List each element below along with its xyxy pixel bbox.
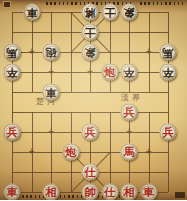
- grid-vline: [168, 12, 169, 192]
- piece-character: 士: [101, 4, 118, 21]
- piece-character: 車: [4, 184, 21, 201]
- piece-character: 相: [43, 184, 60, 201]
- piece-black-elephant-e3[interactable]: 象: [82, 44, 99, 61]
- piece-red-soldier-e7[interactable]: 兵: [82, 124, 99, 141]
- piece-character: 卒: [121, 64, 138, 81]
- piece-character: 卒: [160, 64, 177, 81]
- piece-character: 將: [82, 4, 99, 21]
- xiangqi-board[interactable]: 楚河 漢界 ++++++++++++++車將士象士馬砲象馬卒卒卒車炮兵兵兵兵炮馬…: [0, 0, 187, 200]
- piece-black-horse-a3[interactable]: 馬: [4, 44, 21, 61]
- point-marker: +: [126, 128, 133, 136]
- grid-vline: [51, 112, 52, 192]
- piece-character: 仕: [82, 164, 99, 181]
- piece-black-advisor-e2[interactable]: 士: [82, 24, 99, 41]
- piece-character: 相: [121, 184, 138, 201]
- point-marker: +: [145, 148, 152, 156]
- point-marker: +: [145, 48, 152, 56]
- piece-red-cannon-d8[interactable]: 炮: [62, 144, 79, 161]
- piece-character: 車: [43, 84, 60, 101]
- piece-character: 象: [121, 4, 138, 21]
- river-label-right: 漢界: [121, 92, 143, 103]
- piece-black-advisor-f1[interactable]: 士: [101, 4, 118, 21]
- piece-red-soldier-a7[interactable]: 兵: [4, 124, 21, 141]
- point-marker: +: [87, 68, 94, 76]
- piece-character: 士: [82, 24, 99, 41]
- grid-vline: [12, 12, 13, 192]
- piece-red-cannon-f4[interactable]: 炮: [101, 64, 118, 81]
- piece-character: 馬: [160, 44, 177, 61]
- piece-red-elephant-c10[interactable]: 相: [43, 184, 60, 201]
- piece-black-horse-i3[interactable]: 馬: [160, 44, 177, 61]
- piece-character: 仕: [101, 184, 118, 201]
- piece-red-elephant-g10[interactable]: 相: [121, 184, 138, 201]
- piece-character: 車: [140, 184, 157, 201]
- piece-character: 砲: [43, 44, 60, 61]
- piece-red-chariot-h10[interactable]: 車: [140, 184, 157, 201]
- piece-red-soldier-g6[interactable]: 兵: [121, 104, 138, 121]
- piece-red-advisor-e9[interactable]: 仕: [82, 164, 99, 181]
- piece-black-general-e1[interactable]: 將: [82, 4, 99, 21]
- point-marker: +: [28, 48, 35, 56]
- piece-character: 帥: [82, 184, 99, 201]
- piece-character: 炮: [101, 64, 118, 81]
- board-photo: 楚河 漢界 ++++++++++++++車將士象士馬砲象馬卒卒卒車炮兵兵兵兵炮馬…: [0, 0, 187, 200]
- piece-character: 車: [23, 4, 40, 21]
- point-marker: +: [48, 128, 55, 136]
- piece-character: 兵: [4, 124, 21, 141]
- piece-black-soldier-i4[interactable]: 卒: [160, 64, 177, 81]
- point-marker: +: [48, 68, 55, 76]
- piece-black-cannon-c3[interactable]: 砲: [43, 44, 60, 61]
- piece-black-elephant-g1[interactable]: 象: [121, 4, 138, 21]
- point-marker: +: [28, 148, 35, 156]
- piece-red-soldier-i7[interactable]: 兵: [160, 124, 177, 141]
- piece-black-soldier-a4[interactable]: 卒: [4, 64, 21, 81]
- piece-black-soldier-g4[interactable]: 卒: [121, 64, 138, 81]
- piece-red-advisor-f10[interactable]: 仕: [101, 184, 118, 201]
- piece-black-chariot-b1[interactable]: 車: [23, 4, 40, 21]
- piece-character: 卒: [4, 64, 21, 81]
- piece-red-chariot-a10[interactable]: 車: [4, 184, 21, 201]
- piece-red-horse-g8[interactable]: 馬: [121, 144, 138, 161]
- piece-character: 馬: [4, 44, 21, 61]
- piece-character: 兵: [160, 124, 177, 141]
- piece-black-chariot-c5[interactable]: 車: [43, 84, 60, 101]
- piece-red-general-e10[interactable]: 帥: [82, 184, 99, 201]
- piece-character: 象: [82, 44, 99, 61]
- piece-character: 炮: [62, 144, 79, 161]
- grid-hline: [12, 92, 168, 93]
- piece-character: 兵: [82, 124, 99, 141]
- piece-character: 兵: [121, 104, 138, 121]
- piece-character: 馬: [121, 144, 138, 161]
